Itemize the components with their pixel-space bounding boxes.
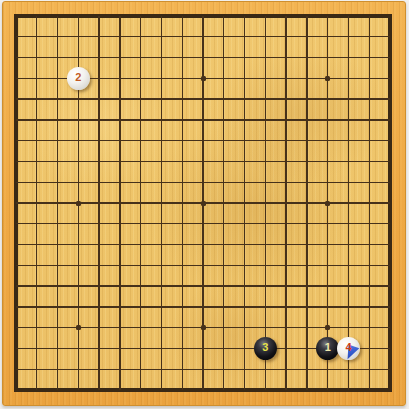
page-background: 1234	[0, 0, 409, 409]
grid-line-vertical	[285, 16, 286, 390]
grid-line-horizontal	[16, 244, 390, 245]
grid-line-vertical	[223, 16, 224, 390]
white-stone-move-4[interactable]: 4	[337, 337, 360, 360]
white-stone-move-2[interactable]: 2	[67, 67, 90, 90]
grid-line-vertical	[348, 16, 349, 390]
move-number-label: 2	[75, 72, 81, 83]
grid-line-horizontal	[16, 265, 390, 266]
move-number-label: 4	[345, 342, 351, 353]
move-number-label: 3	[262, 342, 268, 353]
star-point	[76, 325, 81, 330]
grid-line-vertical	[306, 16, 307, 390]
black-stone-move-3[interactable]: 3	[254, 337, 277, 360]
star-point	[201, 325, 206, 330]
grid-line-horizontal	[16, 285, 390, 286]
grid-line-vertical	[244, 16, 245, 390]
black-stone-move-1[interactable]: 1	[316, 337, 339, 360]
grid-line-vertical	[265, 16, 266, 390]
star-point	[325, 325, 330, 330]
go-board[interactable]: 1234	[14, 14, 392, 392]
grid-line-vertical	[369, 16, 370, 390]
star-point	[201, 201, 206, 206]
grid-line-horizontal	[16, 369, 390, 370]
grid-line-horizontal	[16, 223, 390, 224]
star-point	[201, 76, 206, 81]
star-point	[76, 201, 81, 206]
grid-line-horizontal	[16, 306, 390, 307]
star-point	[325, 201, 330, 206]
star-point	[325, 76, 330, 81]
move-number-label: 1	[325, 342, 331, 353]
